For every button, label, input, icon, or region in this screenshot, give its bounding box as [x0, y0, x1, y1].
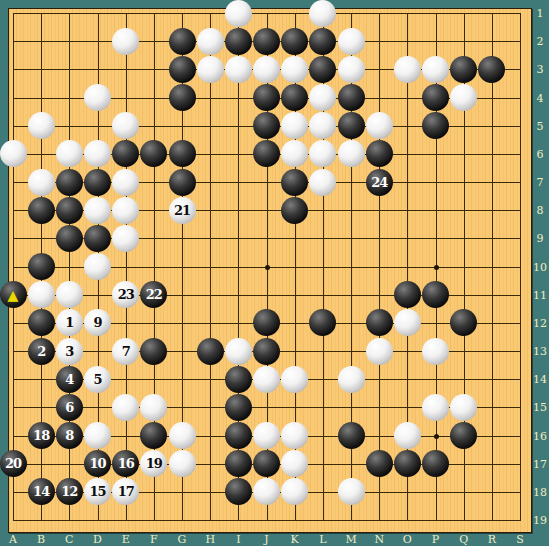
white-stone[interactable]: 15	[84, 478, 111, 505]
column-label: D	[91, 534, 105, 545]
black-stone[interactable]: ▲	[0, 281, 27, 308]
black-stone[interactable]	[197, 338, 224, 365]
move-number-label: 1	[65, 316, 73, 329]
white-stone[interactable]	[112, 169, 139, 196]
white-stone[interactable]	[169, 422, 196, 449]
black-stone[interactable]	[112, 140, 139, 167]
white-stone[interactable]	[0, 140, 27, 167]
black-stone[interactable]	[56, 169, 83, 196]
black-stone[interactable]	[309, 309, 336, 336]
white-stone[interactable]	[197, 56, 224, 83]
black-stone[interactable]	[28, 253, 55, 280]
black-stone[interactable]	[253, 309, 280, 336]
row-label: 4	[532, 93, 548, 104]
white-stone[interactable]	[422, 338, 449, 365]
white-stone[interactable]	[84, 422, 111, 449]
black-stone[interactable]	[84, 169, 111, 196]
row-label: 5	[532, 121, 548, 132]
row-label: 2	[532, 36, 548, 47]
black-stone[interactable]	[253, 140, 280, 167]
black-stone[interactable]	[56, 197, 83, 224]
white-stone[interactable]	[197, 28, 224, 55]
move-number-label: 16	[118, 457, 134, 470]
white-stone[interactable]	[309, 140, 336, 167]
white-stone[interactable]	[309, 112, 336, 139]
black-stone[interactable]	[281, 169, 308, 196]
black-stone[interactable]: 2	[28, 338, 55, 365]
star-point	[434, 434, 439, 439]
black-stone[interactable]: 6	[56, 394, 83, 421]
black-stone[interactable]	[253, 450, 280, 477]
white-stone[interactable]	[84, 84, 111, 111]
column-label: P	[429, 534, 443, 545]
black-stone[interactable]	[225, 450, 252, 477]
black-stone[interactable]	[422, 112, 449, 139]
move-number-label: 21	[174, 204, 190, 217]
white-stone[interactable]: 21	[169, 197, 196, 224]
move-number-label: 24	[371, 176, 387, 189]
white-stone[interactable]	[309, 0, 336, 27]
white-stone[interactable]: 17	[112, 478, 139, 505]
white-stone[interactable]	[56, 281, 83, 308]
black-stone[interactable]	[366, 309, 393, 336]
black-stone[interactable]	[140, 422, 167, 449]
move-number-label: 19	[146, 457, 162, 470]
white-stone[interactable]	[366, 112, 393, 139]
black-stone[interactable]	[450, 422, 477, 449]
white-stone[interactable]	[450, 84, 477, 111]
white-stone[interactable]: 19	[140, 450, 167, 477]
white-stone[interactable]	[112, 112, 139, 139]
go-app-window: 2421▲2322192374561882010161914121517 ABC…	[0, 0, 549, 546]
row-label: 6	[532, 149, 548, 160]
column-label: R	[485, 534, 499, 545]
white-stone[interactable]	[366, 338, 393, 365]
black-stone[interactable]	[169, 140, 196, 167]
star-point	[265, 265, 270, 270]
white-stone[interactable]: 1	[56, 309, 83, 336]
black-stone[interactable]	[140, 338, 167, 365]
black-stone[interactable]	[394, 281, 421, 308]
grid-line-horizontal	[13, 520, 521, 521]
black-stone[interactable]	[338, 422, 365, 449]
row-label: 14	[532, 374, 548, 385]
white-stone[interactable]	[225, 56, 252, 83]
column-label: I	[231, 534, 245, 545]
white-stone[interactable]	[253, 56, 280, 83]
black-stone[interactable]	[84, 225, 111, 252]
column-label: L	[316, 534, 330, 545]
move-number-label: 8	[65, 429, 73, 442]
column-label: N	[372, 534, 386, 545]
black-stone[interactable]	[225, 478, 252, 505]
white-stone[interactable]: 7	[112, 338, 139, 365]
black-stone[interactable]: 24	[366, 169, 393, 196]
black-stone[interactable]	[225, 394, 252, 421]
column-label: E	[119, 534, 133, 545]
white-stone[interactable]: 3	[56, 338, 83, 365]
black-stone[interactable]	[169, 84, 196, 111]
black-stone[interactable]	[225, 366, 252, 393]
column-label: A	[6, 534, 20, 545]
black-stone[interactable]: 8	[56, 422, 83, 449]
white-stone[interactable]	[28, 281, 55, 308]
black-stone[interactable]	[338, 84, 365, 111]
black-stone[interactable]	[450, 309, 477, 336]
black-stone[interactable]	[366, 140, 393, 167]
black-stone[interactable]: 20	[0, 450, 27, 477]
black-stone[interactable]	[253, 28, 280, 55]
white-stone[interactable]	[338, 28, 365, 55]
column-label: K	[288, 534, 302, 545]
black-stone[interactable]	[338, 112, 365, 139]
white-stone[interactable]	[28, 112, 55, 139]
move-number-label: 12	[61, 485, 77, 498]
black-stone[interactable]	[169, 169, 196, 196]
move-number-label: 7	[122, 345, 130, 358]
black-stone[interactable]	[140, 140, 167, 167]
black-stone[interactable]	[422, 84, 449, 111]
black-stone[interactable]	[394, 450, 421, 477]
black-stone[interactable]	[366, 450, 393, 477]
move-number-label: 3	[65, 345, 73, 358]
column-label: B	[34, 534, 48, 545]
column-label: Q	[457, 534, 471, 545]
white-stone[interactable]	[338, 366, 365, 393]
row-label: 11	[532, 290, 548, 301]
black-stone[interactable]	[281, 197, 308, 224]
move-number-label: 18	[33, 429, 49, 442]
white-stone[interactable]	[338, 478, 365, 505]
white-stone[interactable]: 23	[112, 281, 139, 308]
white-stone[interactable]	[450, 394, 477, 421]
white-stone[interactable]	[112, 394, 139, 421]
column-label: J	[260, 534, 274, 545]
row-label: 19	[532, 515, 548, 526]
white-stone[interactable]	[253, 422, 280, 449]
column-label: S	[513, 534, 527, 545]
white-stone[interactable]	[338, 56, 365, 83]
white-stone[interactable]	[253, 366, 280, 393]
black-stone[interactable]	[28, 309, 55, 336]
black-stone[interactable]	[309, 28, 336, 55]
row-label: 10	[532, 262, 548, 273]
white-stone[interactable]	[112, 225, 139, 252]
white-stone[interactable]	[422, 56, 449, 83]
black-stone[interactable]	[56, 225, 83, 252]
white-stone[interactable]	[309, 169, 336, 196]
black-stone[interactable]: 22	[140, 281, 167, 308]
move-number-label: 20	[5, 457, 21, 470]
black-stone[interactable]	[253, 338, 280, 365]
black-stone[interactable]: 14	[28, 478, 55, 505]
row-label: 17	[532, 459, 548, 470]
move-number-label: 5	[93, 373, 101, 386]
column-label: H	[203, 534, 217, 545]
white-stone[interactable]	[281, 366, 308, 393]
black-stone[interactable]: 12	[56, 478, 83, 505]
white-stone[interactable]	[56, 140, 83, 167]
white-stone[interactable]	[140, 394, 167, 421]
black-stone[interactable]: 4	[56, 366, 83, 393]
black-stone[interactable]	[422, 281, 449, 308]
black-stone[interactable]	[225, 422, 252, 449]
white-stone[interactable]	[84, 253, 111, 280]
move-number-label: 2	[37, 345, 45, 358]
white-stone[interactable]	[225, 0, 252, 27]
white-stone[interactable]	[225, 338, 252, 365]
grid-line-vertical	[379, 13, 380, 521]
white-stone[interactable]	[281, 422, 308, 449]
white-stone[interactable]	[169, 450, 196, 477]
white-stone[interactable]	[28, 169, 55, 196]
black-stone[interactable]	[169, 56, 196, 83]
row-label: 18	[532, 487, 548, 498]
row-label: 13	[532, 346, 548, 357]
row-label: 7	[532, 177, 548, 188]
move-number-label: 4	[65, 373, 73, 386]
row-label: 1	[532, 8, 548, 19]
go-board[interactable]: 2421▲2322192374561882010161914121517	[8, 8, 532, 533]
black-stone[interactable]	[450, 56, 477, 83]
row-label: 9	[532, 233, 548, 244]
white-stone[interactable]	[394, 56, 421, 83]
white-stone[interactable]: 5	[84, 366, 111, 393]
white-stone[interactable]	[281, 450, 308, 477]
white-stone[interactable]	[281, 140, 308, 167]
column-label: M	[344, 534, 358, 545]
black-stone[interactable]	[28, 197, 55, 224]
white-stone[interactable]	[253, 478, 280, 505]
black-stone[interactable]: 18	[28, 422, 55, 449]
move-number-label: 17	[118, 485, 134, 498]
move-number-label: 10	[89, 457, 105, 470]
row-label: 16	[532, 431, 548, 442]
row-label: 12	[532, 318, 548, 329]
white-stone[interactable]	[281, 478, 308, 505]
black-stone[interactable]	[225, 28, 252, 55]
black-stone[interactable]	[478, 56, 505, 83]
star-point	[434, 265, 439, 270]
column-label: G	[175, 534, 189, 545]
white-stone[interactable]	[281, 56, 308, 83]
grid-line-vertical	[492, 13, 493, 521]
triangle-marker: ▲	[8, 288, 19, 302]
move-number-label: 14	[33, 485, 49, 498]
black-stone[interactable]	[253, 84, 280, 111]
white-stone[interactable]	[394, 309, 421, 336]
white-stone[interactable]	[338, 140, 365, 167]
black-stone[interactable]: 10	[84, 450, 111, 477]
white-stone[interactable]	[84, 197, 111, 224]
column-label: F	[147, 534, 161, 545]
white-stone[interactable]	[309, 84, 336, 111]
white-stone[interactable]	[394, 422, 421, 449]
move-number-label: 9	[93, 316, 101, 329]
white-stone[interactable]: 9	[84, 309, 111, 336]
white-stone[interactable]	[422, 394, 449, 421]
black-stone[interactable]	[309, 56, 336, 83]
white-stone[interactable]	[112, 197, 139, 224]
black-stone[interactable]: 16	[112, 450, 139, 477]
black-stone[interactable]	[281, 84, 308, 111]
row-label: 15	[532, 402, 548, 413]
move-number-label: 15	[89, 485, 105, 498]
black-stone[interactable]	[281, 28, 308, 55]
move-number-label: 22	[146, 288, 162, 301]
white-stone[interactable]	[112, 28, 139, 55]
move-number-label: 23	[118, 288, 134, 301]
black-stone[interactable]	[253, 112, 280, 139]
white-stone[interactable]	[281, 112, 308, 139]
black-stone[interactable]	[422, 450, 449, 477]
black-stone[interactable]	[169, 28, 196, 55]
column-label: O	[400, 534, 414, 545]
grid-line-vertical	[520, 13, 521, 521]
row-label: 3	[532, 64, 548, 75]
column-label: C	[62, 534, 76, 545]
move-number-label: 6	[65, 401, 73, 414]
row-label: 8	[532, 205, 548, 216]
white-stone[interactable]	[84, 140, 111, 167]
